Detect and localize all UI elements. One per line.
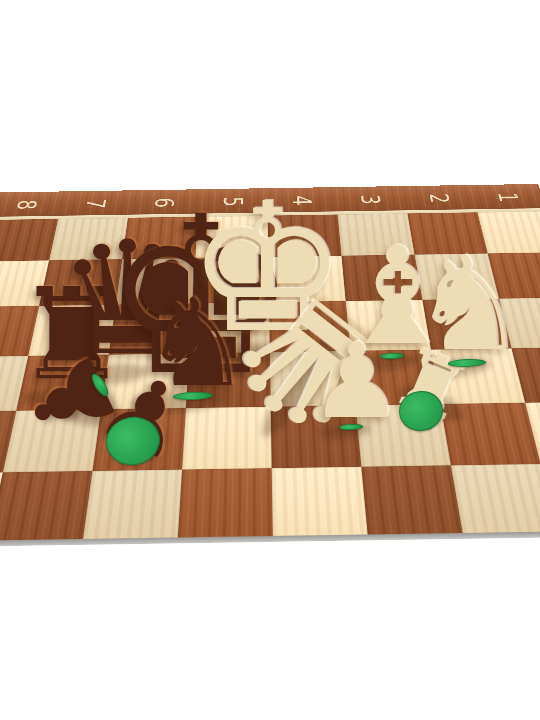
piece-white-pawn: ♟ [309, 329, 402, 433]
chess-product-photo: 87654321 ♜♛♚♞♚♛♝♞♜♟♟♟ [0, 0, 540, 720]
pieces-layer: ♜♛♚♞♚♛♝♞♜♟♟♟ [0, 0, 540, 720]
